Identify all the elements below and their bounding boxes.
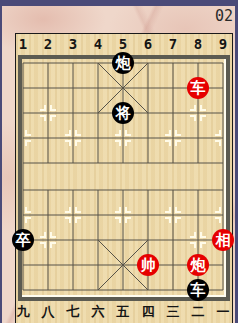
point-4-4[interactable] [86,126,111,151]
point-5-9[interactable] [111,253,136,278]
point-6-1[interactable] [136,51,161,76]
point-3-5[interactable] [61,151,86,176]
point-5-2[interactable] [111,76,136,101]
point-1-8[interactable]: 卒 [11,228,36,253]
point-4-3[interactable] [86,101,111,126]
point-8-4[interactable] [186,126,211,151]
point-3-2[interactable] [61,76,86,101]
point-7-6[interactable] [161,178,186,203]
point-5-3[interactable]: 将 [111,101,136,126]
point-2-3[interactable] [36,101,61,126]
point-5-5[interactable] [111,151,136,176]
piece-red-chariot[interactable]: 车 [187,77,209,99]
point-1-6[interactable] [11,178,36,203]
point-7-2[interactable] [161,76,186,101]
point-5-8[interactable] [111,228,136,253]
point-4-5[interactable] [86,151,111,176]
point-4-2[interactable] [86,76,111,101]
file-label-bottom-7: 三 [161,304,185,320]
window-border-left [0,0,2,323]
piece-red-cannon[interactable]: 炮 [187,254,209,276]
point-7-1[interactable] [161,51,186,76]
piece-black-soldier[interactable]: 卒 [12,229,34,251]
point-2-5[interactable] [36,151,61,176]
point-6-3[interactable] [136,101,161,126]
xiangqi-board[interactable]: 123456789 炮车将卒相帅炮车 九八七六五四三二一 [15,33,233,323]
point-3-7[interactable] [61,203,86,228]
board-points-grid: 炮车将卒相帅炮车 [11,51,236,303]
point-9-1[interactable] [211,51,236,76]
point-9-6[interactable] [211,178,236,203]
point-1-1[interactable] [11,51,36,76]
window-border-top [0,0,238,6]
point-3-8[interactable] [61,228,86,253]
point-1-4[interactable] [11,126,36,151]
point-3-6[interactable] [61,178,86,203]
point-3-1[interactable] [61,51,86,76]
point-9-4[interactable] [211,126,236,151]
point-3-3[interactable] [61,101,86,126]
point-5-1[interactable]: 炮 [111,51,136,76]
file-label-bottom-2: 八 [36,304,60,320]
point-3-4[interactable] [61,126,86,151]
point-4-9[interactable] [86,253,111,278]
point-2-2[interactable] [36,76,61,101]
point-6-4[interactable] [136,126,161,151]
point-6-9[interactable]: 帅 [136,253,161,278]
point-9-3[interactable] [211,101,236,126]
point-5-7[interactable] [111,203,136,228]
file-label-bottom-6: 四 [136,304,160,320]
point-6-2[interactable] [136,76,161,101]
point-8-2[interactable]: 车 [186,76,211,101]
point-6-8[interactable] [136,228,161,253]
point-5-6[interactable] [111,178,136,203]
point-7-5[interactable] [161,151,186,176]
piece-red-general[interactable]: 帅 [137,254,159,276]
point-2-4[interactable] [36,126,61,151]
point-6-10[interactable] [136,278,161,303]
piece-black-chariot[interactable]: 车 [187,279,209,301]
point-8-8[interactable] [186,228,211,253]
file-label-bottom-1: 九 [11,304,35,320]
point-2-9[interactable] [36,253,61,278]
file-labels-bottom: 九八七六五四三二一 [16,304,232,320]
file-label-bottom-9: 一 [211,304,235,320]
point-3-10[interactable] [61,278,86,303]
point-8-7[interactable] [186,203,211,228]
point-9-7[interactable] [211,203,236,228]
point-8-5[interactable] [186,151,211,176]
puzzle-number-label: 02 [215,7,233,25]
point-2-10[interactable] [36,278,61,303]
point-7-8[interactable] [161,228,186,253]
point-1-10[interactable] [11,278,36,303]
app-window: 02 123456789 炮车将卒相帅炮车 九八七六五四三二一 [0,0,238,323]
point-3-9[interactable] [61,253,86,278]
point-6-5[interactable] [136,151,161,176]
point-4-6[interactable] [86,178,111,203]
point-4-7[interactable] [86,203,111,228]
point-2-1[interactable] [36,51,61,76]
piece-black-cannon[interactable]: 炮 [112,52,134,74]
point-1-2[interactable] [11,76,36,101]
point-8-9[interactable]: 炮 [186,253,211,278]
point-9-5[interactable] [211,151,236,176]
point-6-7[interactable] [136,203,161,228]
point-8-1[interactable] [186,51,211,76]
point-7-4[interactable] [161,126,186,151]
piece-red-elephant[interactable]: 相 [212,229,234,251]
point-8-3[interactable] [186,101,211,126]
file-label-bottom-3: 七 [61,304,85,320]
point-9-2[interactable] [211,76,236,101]
point-7-10[interactable] [161,278,186,303]
point-1-9[interactable] [11,253,36,278]
point-9-10[interactable] [211,278,236,303]
file-label-bottom-8: 二 [186,304,210,320]
point-1-3[interactable] [11,101,36,126]
point-7-3[interactable] [161,101,186,126]
point-1-5[interactable] [11,151,36,176]
piece-black-general[interactable]: 将 [112,102,134,124]
point-1-7[interactable] [11,203,36,228]
point-8-6[interactable] [186,178,211,203]
point-9-9[interactable] [211,253,236,278]
point-9-8[interactable]: 相 [211,228,236,253]
point-4-1[interactable] [86,51,111,76]
point-5-4[interactable] [111,126,136,151]
point-2-7[interactable] [36,203,61,228]
point-7-9[interactable] [161,253,186,278]
point-4-10[interactable] [86,278,111,303]
point-4-8[interactable] [86,228,111,253]
point-7-7[interactable] [161,203,186,228]
file-label-bottom-4: 六 [86,304,110,320]
file-label-bottom-5: 五 [111,304,135,320]
point-2-8[interactable] [36,228,61,253]
point-6-6[interactable] [136,178,161,203]
point-5-10[interactable] [111,278,136,303]
point-2-6[interactable] [36,178,61,203]
point-8-10[interactable]: 车 [186,278,211,303]
